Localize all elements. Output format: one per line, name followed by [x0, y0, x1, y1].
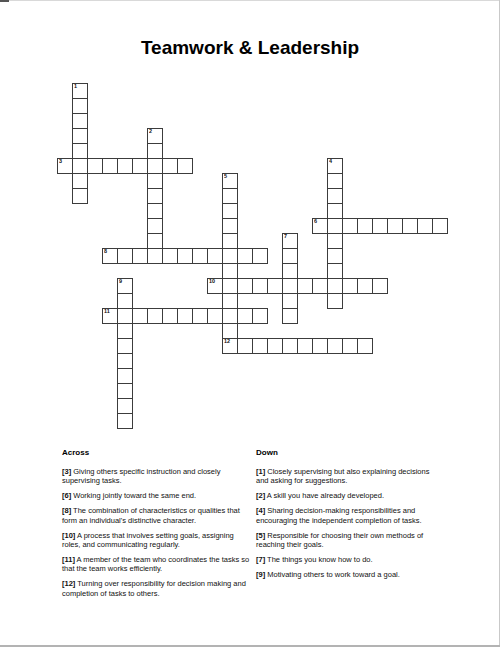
grid-cell[interactable]: [177, 158, 193, 174]
grid-cell[interactable]: [117, 353, 133, 369]
grid-cell[interactable]: [252, 308, 268, 324]
grid-cell[interactable]: [222, 218, 238, 234]
clue-number-label: [8]: [62, 506, 71, 515]
grid-cell[interactable]: [282, 308, 298, 324]
grid-cell[interactable]: [327, 188, 343, 204]
grid-cell[interactable]: [252, 338, 268, 354]
grid-cell[interactable]: [312, 338, 328, 354]
page-corner-mark: [0, 0, 9, 2]
grid-cell[interactable]: 8: [102, 248, 118, 264]
clue-item: [4] Sharing decision-making responsibili…: [256, 506, 443, 525]
grid-cell[interactable]: [147, 308, 163, 324]
grid-cell[interactable]: [282, 338, 298, 354]
grid-cell[interactable]: [87, 158, 103, 174]
grid-cell[interactable]: [147, 218, 163, 234]
clue-number-label: [10]: [62, 531, 75, 540]
grid-cell[interactable]: 12: [222, 338, 238, 354]
grid-cell[interactable]: [207, 308, 223, 324]
grid-cell[interactable]: [267, 338, 283, 354]
clue-number-label: [12]: [62, 579, 75, 588]
grid-cell[interactable]: 10: [207, 278, 223, 294]
grid-cell[interactable]: [222, 263, 238, 279]
grid-cell[interactable]: [117, 158, 133, 174]
grid-cell[interactable]: 4: [327, 158, 343, 174]
grid-cell[interactable]: [297, 338, 313, 354]
down-section: Down [1] Closely supervising but also ex…: [256, 448, 443, 585]
grid-cell[interactable]: [147, 173, 163, 189]
grid-cell[interactable]: [72, 173, 88, 189]
clue-number-label: [1]: [256, 467, 265, 476]
grid-cell[interactable]: [237, 278, 253, 294]
clue-number: 7: [284, 234, 287, 239]
grid-cell[interactable]: [192, 308, 208, 324]
grid-cell[interactable]: [147, 233, 163, 249]
clue-item: [6] Working jointly toward the same end.: [62, 491, 253, 500]
clue-number: 9: [119, 279, 122, 284]
grid-cell[interactable]: [327, 278, 343, 294]
clue-number: 2: [149, 129, 152, 134]
across-clues: [3] Giving others specific instruction a…: [62, 467, 253, 598]
down-clues: [1] Closely supervising but also explain…: [256, 467, 443, 579]
clue-number-label: [9]: [256, 570, 265, 579]
clue-item: [10] A process that involves setting goa…: [62, 531, 253, 550]
clue-item: [3] Giving others specific instruction a…: [62, 467, 253, 486]
grid-cell[interactable]: [72, 128, 88, 144]
grid-cell[interactable]: [177, 308, 193, 324]
grid-cell[interactable]: [117, 323, 133, 339]
grid-cell[interactable]: [72, 158, 88, 174]
grid-cell[interactable]: [222, 293, 238, 309]
grid-cell[interactable]: [327, 218, 343, 234]
grid-cell[interactable]: [237, 248, 253, 264]
grid-cell[interactable]: [192, 248, 208, 264]
grid-cell[interactable]: 7: [282, 233, 298, 249]
grid-cell[interactable]: [162, 248, 178, 264]
clue-item: [7] The things you know how to do.: [256, 555, 443, 564]
clue-number: 3: [59, 159, 62, 164]
page-edge-top: [0, 0, 500, 1]
grid-cell[interactable]: [222, 248, 238, 264]
grid-cell[interactable]: [327, 233, 343, 249]
grid-cell[interactable]: [327, 338, 343, 354]
grid-cell[interactable]: [117, 248, 133, 264]
grid-cell[interactable]: [117, 293, 133, 309]
grid-cell[interactable]: [72, 113, 88, 129]
grid-cell[interactable]: 2: [147, 128, 163, 144]
grid-cell[interactable]: [177, 248, 193, 264]
grid-cell[interactable]: 5: [222, 173, 238, 189]
across-header: Across: [62, 448, 253, 457]
grid-cell[interactable]: [162, 308, 178, 324]
clue-item: [1] Closely supervising but also explain…: [256, 467, 443, 486]
grid-cell[interactable]: 6: [312, 218, 328, 234]
grid-cell[interactable]: [342, 338, 358, 354]
grid-cell[interactable]: [372, 278, 388, 294]
grid-cell[interactable]: [222, 203, 238, 219]
clue-number: 11: [104, 309, 110, 314]
clue-number: 10: [209, 279, 215, 284]
grid-cell[interactable]: [252, 278, 268, 294]
grid-cell[interactable]: [222, 233, 238, 249]
grid-cell[interactable]: [117, 368, 133, 384]
grid-cell[interactable]: [282, 278, 298, 294]
grid-cell[interactable]: [402, 218, 418, 234]
grid-cell[interactable]: [312, 278, 328, 294]
grid-cell[interactable]: [267, 278, 283, 294]
clue-item: [2] A skill you have already developed.: [256, 491, 443, 500]
grid-cell[interactable]: [72, 188, 88, 204]
clue-number: 8: [104, 249, 107, 254]
clue-number-label: [4]: [256, 506, 265, 515]
grid-cell[interactable]: [102, 158, 118, 174]
grid-cell[interactable]: 1: [72, 83, 88, 99]
grid-cell[interactable]: [282, 248, 298, 264]
grid-cell[interactable]: [222, 308, 238, 324]
grid-cell[interactable]: [327, 203, 343, 219]
clue-number-label: [5]: [256, 531, 265, 540]
grid-cell[interactable]: [72, 98, 88, 114]
grid-cell[interactable]: [282, 263, 298, 279]
clue-number-label: [3]: [62, 467, 71, 476]
grid-cell[interactable]: [342, 278, 358, 294]
grid-cell[interactable]: [117, 308, 133, 324]
across-section: Across [3] Giving others specific instru…: [62, 448, 253, 603]
grid-cell[interactable]: [297, 278, 313, 294]
grid-cell[interactable]: [117, 398, 133, 414]
grid-cell[interactable]: [372, 218, 388, 234]
grid-cell[interactable]: [147, 143, 163, 159]
clue-number: 6: [314, 219, 317, 224]
clue-number: 5: [224, 174, 227, 179]
grid-cell[interactable]: [162, 158, 178, 174]
clue-item: [11] A member of the team who coordinate…: [62, 555, 253, 574]
grid-cell[interactable]: [222, 323, 238, 339]
clue-number: 12: [224, 339, 230, 344]
clue-number-label: [6]: [62, 491, 71, 500]
clue-number: 4: [329, 159, 332, 164]
clue-number: 1: [74, 84, 77, 89]
grid-cell[interactable]: [342, 218, 358, 234]
clue-item: [12] Turning over responsibility for dec…: [62, 579, 253, 598]
grid-cell[interactable]: [117, 338, 133, 354]
clue-item: [8] The combination of characteristics o…: [62, 506, 253, 525]
clue-number-label: [7]: [256, 555, 265, 564]
grid-cell[interactable]: [207, 248, 223, 264]
grid-cell[interactable]: [357, 218, 373, 234]
grid-cell[interactable]: [327, 173, 343, 189]
grid-cell[interactable]: [327, 293, 343, 309]
grid-cell[interactable]: [237, 308, 253, 324]
crossword-page: { "page": { "title": "Teamwork & Leaders…: [0, 0, 500, 647]
grid-cell[interactable]: [132, 248, 148, 264]
clue-number-label: [2]: [256, 491, 265, 500]
grid-cell[interactable]: [327, 248, 343, 264]
crossword-grid: 123456789101112: [57, 83, 448, 429]
grid-cell[interactable]: [327, 263, 343, 279]
grid-cell[interactable]: [222, 278, 238, 294]
grid-cell[interactable]: [282, 293, 298, 309]
grid-cell[interactable]: [132, 308, 148, 324]
grid-cell[interactable]: [147, 203, 163, 219]
grid-cell[interactable]: 9: [117, 278, 133, 294]
grid-cell[interactable]: [147, 158, 163, 174]
grid-cell[interactable]: 3: [57, 158, 73, 174]
grid-cell[interactable]: [147, 188, 163, 204]
grid-cell[interactable]: [132, 158, 148, 174]
grid-cell[interactable]: [222, 188, 238, 204]
grid-cell[interactable]: [117, 413, 133, 429]
grid-cell[interactable]: [432, 218, 448, 234]
grid-cell[interactable]: [72, 143, 88, 159]
grid-cell[interactable]: [147, 248, 163, 264]
grid-cell[interactable]: [237, 338, 253, 354]
grid-cell[interactable]: [387, 218, 403, 234]
grid-cell[interactable]: [117, 383, 133, 399]
grid-cell[interactable]: [252, 248, 268, 264]
clue-item: [9] Motivating others to work toward a g…: [256, 570, 443, 579]
grid-cell[interactable]: [357, 338, 373, 354]
grid-cell[interactable]: [417, 218, 433, 234]
grid-cell[interactable]: [357, 278, 373, 294]
grid-cell[interactable]: 11: [102, 308, 118, 324]
clue-number-label: [11]: [62, 555, 75, 564]
clue-item: [5] Responsible for choosing their own m…: [256, 531, 443, 550]
down-header: Down: [256, 448, 443, 457]
puzzle-title: Teamwork & Leadership: [0, 37, 500, 59]
